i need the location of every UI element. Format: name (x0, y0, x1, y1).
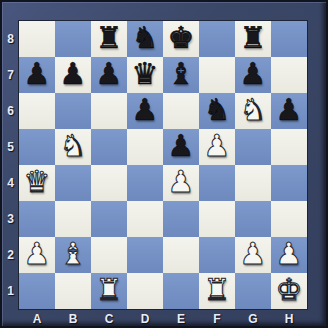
rank-label-text: 4 (7, 176, 14, 190)
rank-label-text: 6 (7, 104, 14, 118)
square-c6[interactable] (91, 93, 127, 129)
square-b1[interactable] (55, 273, 91, 309)
rank-label-text: 3 (7, 212, 14, 226)
square-f3[interactable] (199, 201, 235, 237)
file-label-text: C (105, 312, 114, 326)
square-d7[interactable]: ♛ (127, 57, 163, 93)
black-pawn[interactable]: ♟ (276, 95, 303, 125)
square-c5[interactable] (91, 129, 127, 165)
square-f1[interactable]: ♜ (199, 273, 235, 309)
white-knight[interactable]: ♞ (60, 131, 87, 161)
file-label-c: C (91, 309, 127, 328)
square-e4[interactable]: ♟ (163, 165, 199, 201)
white-queen[interactable]: ♛ (24, 167, 51, 197)
square-g8[interactable]: ♜ (235, 21, 271, 57)
file-label-text: H (285, 312, 294, 326)
square-f8[interactable] (199, 21, 235, 57)
black-pawn[interactable]: ♟ (168, 131, 195, 161)
square-c1[interactable]: ♜ (91, 273, 127, 309)
square-g2[interactable]: ♟ (235, 237, 271, 273)
square-b2[interactable]: ♝ (55, 237, 91, 273)
square-c8[interactable]: ♜ (91, 21, 127, 57)
square-d1[interactable] (127, 273, 163, 309)
file-label-text: B (69, 312, 78, 326)
rank-label-3: 3 (2, 201, 19, 237)
rank-label-7: 7 (2, 57, 19, 93)
square-g4[interactable] (235, 165, 271, 201)
square-h1[interactable]: ♚ (271, 273, 307, 309)
black-pawn[interactable]: ♟ (132, 95, 159, 125)
square-b8[interactable] (55, 21, 91, 57)
square-c2[interactable] (91, 237, 127, 273)
white-pawn[interactable]: ♟ (276, 239, 303, 269)
white-rook[interactable]: ♜ (96, 275, 123, 305)
square-d2[interactable] (127, 237, 163, 273)
file-label-text: A (33, 312, 42, 326)
file-labels: ABCDEFGH (19, 309, 307, 328)
square-b4[interactable] (55, 165, 91, 201)
square-a1[interactable] (19, 273, 55, 309)
square-a4[interactable]: ♛ (19, 165, 55, 201)
square-g1[interactable] (235, 273, 271, 309)
square-a3[interactable] (19, 201, 55, 237)
square-h2[interactable]: ♟ (271, 237, 307, 273)
square-b7[interactable]: ♟ (55, 57, 91, 93)
rank-label-text: 2 (7, 248, 14, 262)
file-label-a: A (19, 309, 55, 328)
white-king[interactable]: ♚ (276, 275, 303, 305)
file-label-g: G (235, 309, 271, 328)
square-a5[interactable] (19, 129, 55, 165)
square-d4[interactable] (127, 165, 163, 201)
square-b6[interactable] (55, 93, 91, 129)
square-d3[interactable] (127, 201, 163, 237)
square-b5[interactable]: ♞ (55, 129, 91, 165)
square-e5[interactable]: ♟ (163, 129, 199, 165)
square-f6[interactable]: ♞ (199, 93, 235, 129)
white-pawn[interactable]: ♟ (24, 239, 51, 269)
square-f7[interactable] (199, 57, 235, 93)
square-f4[interactable] (199, 165, 235, 201)
square-c4[interactable] (91, 165, 127, 201)
square-c3[interactable] (91, 201, 127, 237)
black-knight[interactable]: ♞ (204, 95, 231, 125)
square-g7[interactable]: ♟ (235, 57, 271, 93)
black-pawn[interactable]: ♟ (96, 59, 123, 89)
file-label-text: D (141, 312, 150, 326)
square-d6[interactable]: ♟ (127, 93, 163, 129)
board-frame: 87654321 ♜♞♚♜♟♟♟♛♝♟♟♞♞♟♞♟♟♛♟♟♝♟♟♜♜♚ ABCD… (0, 0, 328, 328)
square-g3[interactable] (235, 201, 271, 237)
rank-label-4: 4 (2, 165, 19, 201)
square-d8[interactable]: ♞ (127, 21, 163, 57)
rank-labels: 87654321 (2, 21, 19, 309)
white-bishop[interactable]: ♝ (60, 239, 87, 269)
square-a7[interactable]: ♟ (19, 57, 55, 93)
rank-label-2: 2 (2, 237, 19, 273)
square-g6[interactable]: ♞ (235, 93, 271, 129)
square-h7[interactable] (271, 57, 307, 93)
rank-label-6: 6 (2, 93, 19, 129)
rank-label-text: 1 (7, 284, 14, 298)
white-knight[interactable]: ♞ (240, 95, 267, 125)
rank-label-8: 8 (2, 21, 19, 57)
black-king[interactable]: ♚ (168, 23, 195, 53)
file-label-d: D (127, 309, 163, 328)
file-label-h: H (271, 309, 307, 328)
square-e3[interactable] (163, 201, 199, 237)
file-label-text: G (248, 312, 257, 326)
black-bishop[interactable]: ♝ (168, 59, 195, 89)
white-rook[interactable]: ♜ (204, 275, 231, 305)
black-pawn[interactable]: ♟ (24, 59, 51, 89)
file-label-f: F (199, 309, 235, 328)
rank-label-text: 8 (7, 32, 14, 46)
square-h3[interactable] (271, 201, 307, 237)
square-e8[interactable]: ♚ (163, 21, 199, 57)
chess-board: ♜♞♚♜♟♟♟♛♝♟♟♞♞♟♞♟♟♛♟♟♝♟♟♜♜♚ (19, 21, 307, 309)
square-c7[interactable]: ♟ (91, 57, 127, 93)
square-f2[interactable] (199, 237, 235, 273)
square-e1[interactable] (163, 273, 199, 309)
file-label-b: B (55, 309, 91, 328)
square-a8[interactable] (19, 21, 55, 57)
square-e7[interactable]: ♝ (163, 57, 199, 93)
white-pawn[interactable]: ♟ (168, 167, 195, 197)
square-g5[interactable] (235, 129, 271, 165)
square-b3[interactable] (55, 201, 91, 237)
black-rook[interactable]: ♜ (240, 23, 267, 53)
square-a2[interactable]: ♟ (19, 237, 55, 273)
square-h6[interactable]: ♟ (271, 93, 307, 129)
white-pawn[interactable]: ♟ (204, 131, 231, 161)
square-h8[interactable] (271, 21, 307, 57)
file-label-text: F (213, 312, 220, 326)
white-pawn[interactable]: ♟ (240, 239, 267, 269)
square-e2[interactable] (163, 237, 199, 273)
black-knight[interactable]: ♞ (132, 23, 159, 53)
square-e6[interactable] (163, 93, 199, 129)
rank-label-1: 1 (2, 273, 19, 309)
square-a6[interactable] (19, 93, 55, 129)
square-h5[interactable] (271, 129, 307, 165)
rank-label-5: 5 (2, 129, 19, 165)
square-h4[interactable] (271, 165, 307, 201)
square-f5[interactable]: ♟ (199, 129, 235, 165)
file-label-text: E (177, 312, 185, 326)
rank-label-text: 5 (7, 140, 14, 154)
file-label-e: E (163, 309, 199, 328)
rank-label-text: 7 (7, 68, 14, 82)
black-pawn[interactable]: ♟ (240, 59, 267, 89)
black-pawn[interactable]: ♟ (60, 59, 87, 89)
square-d5[interactable] (127, 129, 163, 165)
black-queen[interactable]: ♛ (132, 59, 159, 89)
black-rook[interactable]: ♜ (96, 23, 123, 53)
